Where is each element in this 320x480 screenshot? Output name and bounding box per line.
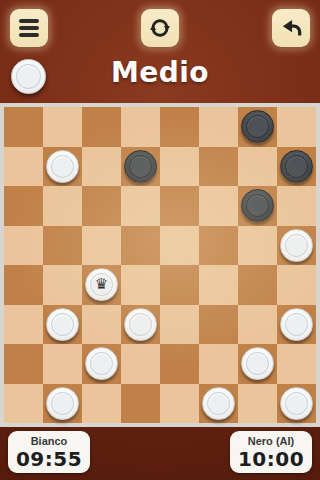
black-man[interactable] <box>241 110 274 143</box>
piece-ring <box>285 155 308 178</box>
board-cell[interactable] <box>238 384 277 424</box>
board-cell[interactable] <box>43 344 82 384</box>
board-cell[interactable] <box>4 305 43 345</box>
board-cell[interactable] <box>238 265 277 305</box>
white-player-label: Bianco <box>31 435 68 448</box>
black-player-label: Nero (AI) <box>248 435 294 448</box>
board-cell[interactable] <box>277 305 316 345</box>
board-cell[interactable] <box>238 107 277 147</box>
white-man[interactable] <box>280 308 313 341</box>
board-cell[interactable] <box>160 265 199 305</box>
board-cell[interactable] <box>199 147 238 187</box>
board-cell[interactable] <box>238 186 277 226</box>
hamburger-menu-icon <box>19 19 39 37</box>
board-cell[interactable] <box>4 265 43 305</box>
board-cell[interactable] <box>121 226 160 266</box>
white-man[interactable] <box>124 308 157 341</box>
board-cell[interactable] <box>160 384 199 424</box>
black-clock-time: 10:00 <box>238 448 304 470</box>
piece-ring <box>90 352 113 375</box>
refresh-icon <box>147 15 173 41</box>
board-cell[interactable] <box>199 344 238 384</box>
board-cell[interactable] <box>4 107 43 147</box>
piece-ring <box>246 352 269 375</box>
board-cell[interactable] <box>238 344 277 384</box>
board-cell[interactable]: ♛ <box>82 265 121 305</box>
piece-ring <box>129 313 152 336</box>
board-cell[interactable] <box>238 147 277 187</box>
piece-ring <box>207 392 230 415</box>
board-cell[interactable] <box>199 186 238 226</box>
piece-ring <box>246 194 269 217</box>
white-man[interactable] <box>46 150 79 183</box>
board-cell[interactable] <box>4 147 43 187</box>
piece-ring <box>285 392 308 415</box>
page-title: Medio <box>0 56 320 89</box>
piece-ring <box>51 155 74 178</box>
board-cell[interactable] <box>277 384 316 424</box>
board-cell[interactable] <box>4 186 43 226</box>
white-man[interactable] <box>280 229 313 262</box>
board-cell[interactable] <box>4 344 43 384</box>
board-cell[interactable] <box>4 226 43 266</box>
black-man[interactable] <box>280 150 313 183</box>
board-cell[interactable] <box>43 226 82 266</box>
board-cell[interactable] <box>277 186 316 226</box>
board-cell[interactable] <box>199 265 238 305</box>
black-man[interactable] <box>124 150 157 183</box>
undo-arrow-icon <box>278 15 304 41</box>
board-cell[interactable] <box>43 147 82 187</box>
board-cell[interactable] <box>199 107 238 147</box>
board-cell[interactable] <box>121 107 160 147</box>
board-cell[interactable] <box>199 226 238 266</box>
board-cell[interactable] <box>121 305 160 345</box>
piece-ring <box>51 313 74 336</box>
app-root: Medio ♛ Bianco 09:55 Nero (AI) 10:00 <box>0 0 320 480</box>
undo-button[interactable] <box>272 9 310 47</box>
board-cell[interactable] <box>82 384 121 424</box>
white-man[interactable] <box>85 347 118 380</box>
board-cell[interactable] <box>4 384 43 424</box>
board-cell[interactable] <box>43 186 82 226</box>
white-man[interactable] <box>46 308 79 341</box>
piece-ring <box>285 234 308 257</box>
checkers-board[interactable]: ♛ <box>0 103 320 427</box>
white-man[interactable] <box>202 387 235 420</box>
board-cell[interactable] <box>121 344 160 384</box>
board-cell[interactable] <box>160 107 199 147</box>
board-cell[interactable] <box>277 344 316 384</box>
board-cell[interactable] <box>277 265 316 305</box>
piece-ring <box>129 155 152 178</box>
board-cell[interactable] <box>277 147 316 187</box>
board-cell[interactable] <box>43 107 82 147</box>
black-clock-panel: Nero (AI) 10:00 <box>230 431 312 473</box>
restart-button[interactable] <box>141 9 179 47</box>
board-cell[interactable] <box>82 107 121 147</box>
board-cell[interactable] <box>82 186 121 226</box>
board-cell[interactable] <box>121 265 160 305</box>
white-man[interactable] <box>280 387 313 420</box>
piece-ring <box>246 115 269 138</box>
board-cell[interactable] <box>160 344 199 384</box>
board-cell[interactable] <box>82 305 121 345</box>
menu-button[interactable] <box>10 9 48 47</box>
board-cell[interactable] <box>121 186 160 226</box>
board-cell[interactable] <box>160 226 199 266</box>
board-cell[interactable] <box>160 305 199 345</box>
board-cell[interactable] <box>160 147 199 187</box>
board-cell[interactable] <box>43 305 82 345</box>
board-cell[interactable] <box>277 107 316 147</box>
white-king[interactable]: ♛ <box>85 268 118 301</box>
white-clock-time: 09:55 <box>16 448 82 470</box>
piece-ring <box>51 392 74 415</box>
board-cell[interactable] <box>43 384 82 424</box>
board-cell[interactable] <box>238 305 277 345</box>
board-cell[interactable] <box>277 226 316 266</box>
board-cell[interactable] <box>82 147 121 187</box>
board-cell[interactable] <box>160 186 199 226</box>
board-cell[interactable] <box>121 384 160 424</box>
king-crown-icon: ♛ <box>95 277 108 292</box>
black-man[interactable] <box>241 189 274 222</box>
board-cell[interactable] <box>121 147 160 187</box>
board-cell[interactable] <box>199 305 238 345</box>
piece-ring <box>285 313 308 336</box>
white-man[interactable] <box>46 387 79 420</box>
board-cell[interactable] <box>43 265 82 305</box>
white-clock-panel: Bianco 09:55 <box>8 431 90 473</box>
board-cell[interactable] <box>82 226 121 266</box>
board-cell[interactable] <box>238 226 277 266</box>
board-cell[interactable] <box>199 384 238 424</box>
piece-ring: ♛ <box>90 273 113 296</box>
white-man[interactable] <box>241 347 274 380</box>
board-cell[interactable] <box>82 344 121 384</box>
